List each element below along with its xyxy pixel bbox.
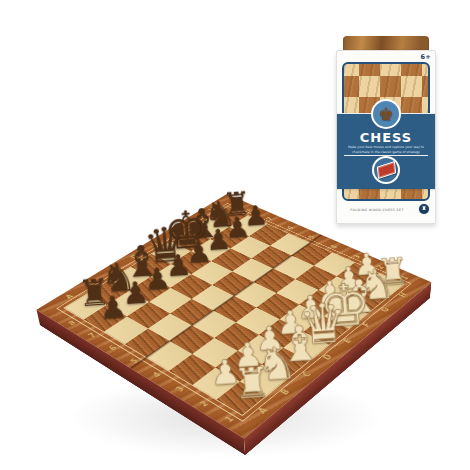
box-footer: FOLDING WOOD CHESS SET ♜	[337, 199, 435, 223]
coord-label: D	[321, 353, 333, 361]
age-badge: 6+	[420, 53, 431, 61]
king-piece-icon: ♚	[378, 106, 393, 123]
box-subtitle-line2: checkmate in the classic game of strateg…	[341, 151, 431, 154]
box-footer-text: FOLDING WOOD CHESS SET	[339, 208, 415, 212]
king-emblem-circle: ♚	[371, 99, 401, 129]
product-photo-stage: 6+ ♚ CHESS Make your best moves and capt…	[0, 0, 470, 470]
coord-label: 5	[307, 235, 317, 240]
box-title-band: ♚ CHESS Make your best moves and capture…	[337, 113, 435, 189]
box-subtitle-line1: Make your best moves and capture your wa…	[341, 146, 431, 149]
retail-box: 6+ ♚ CHESS Make your best moves and capt…	[336, 36, 436, 224]
box-front: 6+ ♚ CHESS Make your best moves and capt…	[336, 50, 436, 224]
brand-logo: ♜	[419, 204, 429, 214]
folded-board-emblem-circle	[372, 156, 400, 184]
coord-label: G	[379, 306, 391, 313]
tower-icon: ♜	[422, 206, 427, 212]
square-e4	[234, 282, 276, 307]
box-title: CHESS	[337, 131, 435, 144]
coord-label: 4	[329, 244, 339, 249]
folded-board-icon	[376, 161, 395, 179]
